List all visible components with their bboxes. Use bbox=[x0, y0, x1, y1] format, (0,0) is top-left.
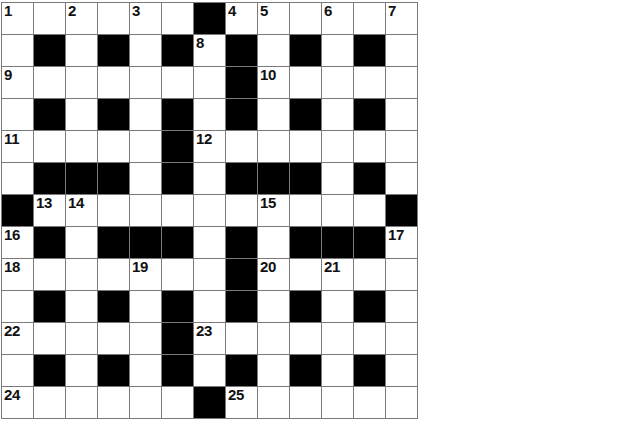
cell-r3c13[interactable] bbox=[386, 67, 417, 98]
cell-r5c12[interactable] bbox=[354, 131, 385, 162]
cell-r13c2[interactable] bbox=[34, 387, 65, 418]
cell-r10c2 bbox=[34, 291, 65, 322]
cell-r7c3[interactable]: 14 bbox=[66, 195, 97, 226]
cell-r6c12 bbox=[354, 163, 385, 194]
cell-r3c2[interactable] bbox=[34, 67, 65, 98]
cell-r11c10[interactable] bbox=[290, 323, 321, 354]
cell-r6c5[interactable] bbox=[130, 163, 161, 194]
clue-number-14: 14 bbox=[68, 195, 84, 211]
cell-r2c3[interactable] bbox=[66, 35, 97, 66]
cell-r4c10 bbox=[290, 99, 321, 130]
cell-r11c3[interactable] bbox=[66, 323, 97, 354]
cell-r12c11[interactable] bbox=[322, 355, 353, 386]
cell-r5c11[interactable] bbox=[322, 131, 353, 162]
clue-number-23: 23 bbox=[196, 323, 212, 339]
clue-number-6: 6 bbox=[324, 3, 332, 19]
cell-r10c10 bbox=[290, 291, 321, 322]
cell-r1c13[interactable]: 7 bbox=[386, 3, 417, 34]
cell-r4c5[interactable] bbox=[130, 99, 161, 130]
cell-r1c11[interactable]: 6 bbox=[322, 3, 353, 34]
cell-r2c13[interactable] bbox=[386, 35, 417, 66]
clue-number-19: 19 bbox=[132, 259, 148, 275]
clue-number-18: 18 bbox=[4, 259, 20, 275]
cell-r11c4[interactable] bbox=[98, 323, 129, 354]
cell-r11c2[interactable] bbox=[34, 323, 65, 354]
cell-r7c4[interactable] bbox=[98, 195, 129, 226]
cell-r2c8 bbox=[226, 35, 257, 66]
cell-r1c7 bbox=[194, 3, 225, 34]
cell-r8c9[interactable] bbox=[258, 227, 289, 258]
cell-r12c1[interactable] bbox=[2, 355, 33, 386]
cell-r10c3[interactable] bbox=[66, 291, 97, 322]
cell-r7c6[interactable] bbox=[162, 195, 193, 226]
cell-r4c11[interactable] bbox=[322, 99, 353, 130]
cell-r5c1[interactable]: 11 bbox=[2, 131, 33, 162]
cell-r11c12[interactable] bbox=[354, 323, 385, 354]
cell-r3c6[interactable] bbox=[162, 67, 193, 98]
cell-r3c7[interactable] bbox=[194, 67, 225, 98]
cell-r9c4[interactable] bbox=[98, 259, 129, 290]
clue-number-21: 21 bbox=[324, 259, 340, 275]
cell-r8c1[interactable]: 16 bbox=[2, 227, 33, 258]
cell-r1c3[interactable]: 2 bbox=[66, 3, 97, 34]
cell-r10c11[interactable] bbox=[322, 291, 353, 322]
clue-number-15: 15 bbox=[260, 195, 276, 211]
cell-r8c11 bbox=[322, 227, 353, 258]
cell-r2c10 bbox=[290, 35, 321, 66]
cell-r2c4 bbox=[98, 35, 129, 66]
cell-r7c9[interactable]: 15 bbox=[258, 195, 289, 226]
cell-r13c1[interactable]: 24 bbox=[2, 387, 33, 418]
cell-r13c6[interactable] bbox=[162, 387, 193, 418]
cell-r8c2 bbox=[34, 227, 65, 258]
cell-r5c7[interactable]: 12 bbox=[194, 131, 225, 162]
cell-r7c13 bbox=[386, 195, 417, 226]
cell-r6c13[interactable] bbox=[386, 163, 417, 194]
cell-r1c5[interactable]: 3 bbox=[130, 3, 161, 34]
cell-r9c11[interactable]: 21 bbox=[322, 259, 353, 290]
cell-r9c9[interactable]: 20 bbox=[258, 259, 289, 290]
cell-r11c1[interactable]: 22 bbox=[2, 323, 33, 354]
cell-r9c8 bbox=[226, 259, 257, 290]
cell-r5c3[interactable] bbox=[66, 131, 97, 162]
cell-r5c4[interactable] bbox=[98, 131, 129, 162]
cell-r1c10[interactable] bbox=[290, 3, 321, 34]
cell-r2c12 bbox=[354, 35, 385, 66]
cell-r2c9[interactable] bbox=[258, 35, 289, 66]
cell-r7c12[interactable] bbox=[354, 195, 385, 226]
cell-r6c8 bbox=[226, 163, 257, 194]
cell-r5c10[interactable] bbox=[290, 131, 321, 162]
crossword-grid: 1234567891011121314151617181920212223242… bbox=[1, 2, 418, 419]
cell-r9c13[interactable] bbox=[386, 259, 417, 290]
cell-r9c7[interactable] bbox=[194, 259, 225, 290]
cell-r13c4[interactable] bbox=[98, 387, 129, 418]
cell-r12c10 bbox=[290, 355, 321, 386]
cell-r10c6 bbox=[162, 291, 193, 322]
cell-r12c3[interactable] bbox=[66, 355, 97, 386]
cell-r12c4 bbox=[98, 355, 129, 386]
clue-number-13: 13 bbox=[36, 195, 52, 211]
cell-r8c13[interactable]: 17 bbox=[386, 227, 417, 258]
cell-r11c7[interactable]: 23 bbox=[194, 323, 225, 354]
cell-r7c5[interactable] bbox=[130, 195, 161, 226]
cell-r4c2 bbox=[34, 99, 65, 130]
cell-r4c1[interactable] bbox=[2, 99, 33, 130]
clue-number-24: 24 bbox=[4, 387, 20, 403]
cell-r1c9[interactable]: 5 bbox=[258, 3, 289, 34]
cell-r3c5[interactable] bbox=[130, 67, 161, 98]
cell-r11c13[interactable] bbox=[386, 323, 417, 354]
cell-r11c9[interactable] bbox=[258, 323, 289, 354]
cell-r9c6[interactable] bbox=[162, 259, 193, 290]
clue-number-2: 2 bbox=[68, 3, 76, 19]
cell-r11c6 bbox=[162, 323, 193, 354]
cell-r8c5 bbox=[130, 227, 161, 258]
clue-number-9: 9 bbox=[4, 67, 12, 83]
cell-r6c10 bbox=[290, 163, 321, 194]
cell-r4c8 bbox=[226, 99, 257, 130]
cell-r13c5[interactable] bbox=[130, 387, 161, 418]
clue-number-22: 22 bbox=[4, 323, 20, 339]
cell-r13c7 bbox=[194, 387, 225, 418]
cell-r5c6 bbox=[162, 131, 193, 162]
cell-r5c8[interactable] bbox=[226, 131, 257, 162]
cell-r11c11[interactable] bbox=[322, 323, 353, 354]
cell-r10c7[interactable] bbox=[194, 291, 225, 322]
cell-r12c9[interactable] bbox=[258, 355, 289, 386]
cell-r3c10[interactable] bbox=[290, 67, 321, 98]
clue-number-17: 17 bbox=[388, 227, 404, 243]
cell-r1c6[interactable] bbox=[162, 3, 193, 34]
cell-r1c8[interactable]: 4 bbox=[226, 3, 257, 34]
clue-number-12: 12 bbox=[196, 131, 212, 147]
cell-r3c12[interactable] bbox=[354, 67, 385, 98]
cell-r4c13[interactable] bbox=[386, 99, 417, 130]
cell-r12c5[interactable] bbox=[130, 355, 161, 386]
cell-r7c10[interactable] bbox=[290, 195, 321, 226]
clue-number-5: 5 bbox=[260, 3, 268, 19]
cell-r8c12 bbox=[354, 227, 385, 258]
cell-r8c8 bbox=[226, 227, 257, 258]
cell-r11c8[interactable] bbox=[226, 323, 257, 354]
cell-r3c1[interactable]: 9 bbox=[2, 67, 33, 98]
cell-r12c7[interactable] bbox=[194, 355, 225, 386]
cell-r4c9[interactable] bbox=[258, 99, 289, 130]
cell-r5c13[interactable] bbox=[386, 131, 417, 162]
cell-r13c9[interactable] bbox=[258, 387, 289, 418]
cell-r4c3[interactable] bbox=[66, 99, 97, 130]
cell-r5c2[interactable] bbox=[34, 131, 65, 162]
cell-r13c3[interactable] bbox=[66, 387, 97, 418]
cell-r6c11[interactable] bbox=[322, 163, 353, 194]
cell-r1c1[interactable]: 1 bbox=[2, 3, 33, 34]
cell-r6c9 bbox=[258, 163, 289, 194]
cell-r7c2[interactable]: 13 bbox=[34, 195, 65, 226]
cell-r2c7[interactable]: 8 bbox=[194, 35, 225, 66]
clue-number-3: 3 bbox=[132, 3, 140, 19]
cell-r2c5[interactable] bbox=[130, 35, 161, 66]
cell-r9c10[interactable] bbox=[290, 259, 321, 290]
cell-r12c12 bbox=[354, 355, 385, 386]
cell-r2c6 bbox=[162, 35, 193, 66]
clue-number-11: 11 bbox=[4, 131, 19, 147]
cell-r2c1[interactable] bbox=[2, 35, 33, 66]
cell-r4c12 bbox=[354, 99, 385, 130]
cell-r9c1[interactable]: 18 bbox=[2, 259, 33, 290]
clue-number-1: 1 bbox=[4, 3, 12, 19]
cell-r12c13[interactable] bbox=[386, 355, 417, 386]
cell-r6c2 bbox=[34, 163, 65, 194]
cell-r7c1 bbox=[2, 195, 33, 226]
cell-r6c1[interactable] bbox=[2, 163, 33, 194]
cell-r13c13[interactable] bbox=[386, 387, 417, 418]
cell-r13c10[interactable] bbox=[290, 387, 321, 418]
page-background: 1234567891011121314151617181920212223242… bbox=[0, 0, 640, 425]
cell-r10c1[interactable] bbox=[2, 291, 33, 322]
cell-r13c12[interactable] bbox=[354, 387, 385, 418]
cell-r8c4 bbox=[98, 227, 129, 258]
cell-r7c11[interactable] bbox=[322, 195, 353, 226]
cell-r7c8[interactable] bbox=[226, 195, 257, 226]
cell-r10c4 bbox=[98, 291, 129, 322]
cell-r3c4[interactable] bbox=[98, 67, 129, 98]
cell-r9c5[interactable]: 19 bbox=[130, 259, 161, 290]
cell-r9c3[interactable] bbox=[66, 259, 97, 290]
cell-r3c3[interactable] bbox=[66, 67, 97, 98]
cell-r2c11[interactable] bbox=[322, 35, 353, 66]
cell-r3c9[interactable]: 10 bbox=[258, 67, 289, 98]
cell-r10c12 bbox=[354, 291, 385, 322]
cell-r9c12[interactable] bbox=[354, 259, 385, 290]
cell-r13c8[interactable]: 25 bbox=[226, 387, 257, 418]
cell-r10c9[interactable] bbox=[258, 291, 289, 322]
clue-number-7: 7 bbox=[388, 3, 396, 19]
cell-r12c8 bbox=[226, 355, 257, 386]
cell-r8c7[interactable] bbox=[194, 227, 225, 258]
cell-r1c12[interactable] bbox=[354, 3, 385, 34]
cell-r1c2[interactable] bbox=[34, 3, 65, 34]
clue-number-8: 8 bbox=[196, 35, 204, 51]
cell-r8c3[interactable] bbox=[66, 227, 97, 258]
cell-r3c8 bbox=[226, 67, 257, 98]
cell-r7c7[interactable] bbox=[194, 195, 225, 226]
cell-r9c2[interactable] bbox=[34, 259, 65, 290]
cell-r11c5[interactable] bbox=[130, 323, 161, 354]
cell-r3c11[interactable] bbox=[322, 67, 353, 98]
cell-r4c6 bbox=[162, 99, 193, 130]
cell-r13c11[interactable] bbox=[322, 387, 353, 418]
cell-r10c8 bbox=[226, 291, 257, 322]
clue-number-16: 16 bbox=[4, 227, 20, 243]
cell-r4c4 bbox=[98, 99, 129, 130]
cell-r5c5[interactable] bbox=[130, 131, 161, 162]
cell-r6c3 bbox=[66, 163, 97, 194]
clue-number-20: 20 bbox=[260, 259, 276, 275]
cell-r10c13[interactable] bbox=[386, 291, 417, 322]
cell-r4c7[interactable] bbox=[194, 99, 225, 130]
cell-r1c4[interactable] bbox=[98, 3, 129, 34]
cell-r6c7[interactable] bbox=[194, 163, 225, 194]
cell-r10c5[interactable] bbox=[130, 291, 161, 322]
clue-number-25: 25 bbox=[228, 387, 244, 403]
cell-r12c6 bbox=[162, 355, 193, 386]
clue-number-10: 10 bbox=[260, 67, 276, 83]
cell-r6c4 bbox=[98, 163, 129, 194]
cell-r5c9[interactable] bbox=[258, 131, 289, 162]
clue-number-4: 4 bbox=[228, 3, 236, 19]
cell-r8c6 bbox=[162, 227, 193, 258]
cell-r12c2 bbox=[34, 355, 65, 386]
cell-r6c6 bbox=[162, 163, 193, 194]
cell-r8c10 bbox=[290, 227, 321, 258]
cell-r2c2 bbox=[34, 35, 65, 66]
